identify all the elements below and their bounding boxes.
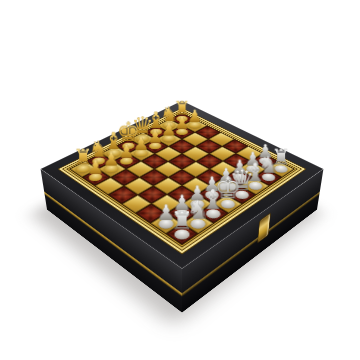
piece-glyph: ♜ [147, 209, 216, 234]
brass-latch [258, 214, 270, 243]
chess-box: ♜♟♟♜♞♟♟♞♝♟♟♝♛♟♟♛♚♟♟♚♝♟♟♝♞♟♟♞♜♟♟♜ [41, 101, 324, 269]
chess-scene: ♜♟♟♜♞♟♟♞♝♟♟♝♛♟♟♛♚♟♟♚♝♟♟♝♞♟♟♞♜♟♟♜ [82, 69, 282, 269]
product-photo: ♜♟♟♜♞♟♟♞♝♟♟♝♛♟♟♛♚♟♟♚♝♟♟♝♞♟♟♞♜♟♟♜ [0, 0, 360, 360]
piece-glyph: ♟ [65, 157, 126, 176]
